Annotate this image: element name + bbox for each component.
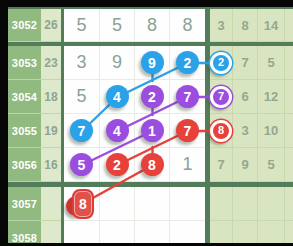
sum-value-3053: 23 [41,46,61,80]
ball-blue-2: 2 [176,51,199,74]
stat-3052-s1: 3 [210,9,233,42]
period-label-3057: 3057 [8,187,41,221]
number-7: 7 [217,157,224,172]
cell-3055-c4: 7 [170,114,205,148]
stat-3053-s1: 2 [210,46,233,80]
stat-3056-s3: 5 [258,148,285,182]
stat-3057-s3 [258,187,285,221]
stat-3052-s2: 8 [233,9,258,42]
cell-3053-c4: 2 [170,46,205,80]
stat-3052-edge [285,9,293,42]
cell-3054-c2: 4 [100,80,135,114]
ring-ball-red-8: 8 [210,120,232,142]
ball-purple-1: 1 [141,119,164,142]
stat-3057-edge [285,187,293,221]
ring-ball-blue-2: 2 [210,52,232,74]
number-7: 7 [241,55,248,70]
stat-3055-edge [285,114,293,148]
cell-3054-c4: 7 [170,80,205,114]
badge-rect-number: 8 [72,189,94,219]
number-5: 5 [267,55,274,70]
cell-3057-c4 [170,187,205,221]
number-14: 14 [264,18,278,33]
ball-purple-2: 2 [141,85,164,108]
stat-3056-edge [285,148,293,182]
cell-3057-c3 [135,187,170,221]
number-10: 10 [264,123,278,138]
cell-3052-c2: 5 [100,9,135,42]
number-5: 5 [76,15,86,36]
stat-3054-edge [285,80,293,114]
stat-3054-s2: 6 [233,80,258,114]
number-6: 6 [241,89,248,104]
stat-3057-s1 [210,187,233,221]
ring-ball-purple-7: 7 [210,86,232,108]
number-3: 3 [241,123,248,138]
number-3: 3 [76,52,86,73]
number-8: 8 [182,15,192,36]
number-8: 8 [241,18,248,33]
cell-3056-c4: 1 [170,148,205,182]
stat-3054-s3: 12 [258,80,285,114]
number-5: 5 [267,157,274,172]
cell-3055-c1: 7 [64,114,100,148]
cell-3052-c1: 5 [64,9,100,42]
ball-purple-4: 4 [106,119,129,142]
cell-3057-c1: 8 [64,187,100,221]
badge-red-8: 8 [69,189,94,219]
ball-red-8: 8 [141,153,164,176]
number-5: 5 [112,15,122,36]
stat-3053-edge [285,46,293,80]
number-3: 3 [217,18,224,33]
ball-red-2: 2 [106,153,129,176]
cell-3053-c2: 9 [100,46,135,80]
ball-blue-4: 4 [106,85,129,108]
sum-value-3052: 26 [41,9,61,42]
ball-purple-5: 5 [70,153,93,176]
period-label-3053: 3053 [8,46,41,80]
stat-3053-s2: 7 [233,46,258,80]
period-label-3052: 3052 [8,9,41,42]
cell-3053-c3: 9 [135,46,170,80]
period-label-3055: 3055 [8,114,41,148]
stat-3054-s1: 7 [210,80,233,114]
stat-3053-s3: 5 [258,46,285,80]
number-9: 9 [112,52,122,73]
cell-3056-c2: 2 [100,148,135,182]
sum-value-3055: 19 [41,114,61,148]
stat-3057-s2 [233,187,258,221]
ball-blue-7: 7 [70,119,93,142]
stat-3056-s1: 7 [210,148,233,182]
stat-3056-s2: 9 [233,148,258,182]
cell-3052-c4: 8 [170,9,205,42]
ball-blue-9: 9 [141,51,164,74]
number-1: 1 [182,154,192,175]
cell-3052-c3: 8 [135,9,170,42]
ball-purple-7: 7 [176,85,199,108]
lottery-trend-chart: 3052265588381430532339922753054185427761… [0,0,293,246]
number-5: 5 [76,86,86,107]
number-8: 8 [147,15,157,36]
cell-3056-c1: 5 [64,148,100,182]
cell-3055-c3: 1 [135,114,170,148]
ball-red-7: 7 [176,119,199,142]
cell-3054-c3: 2 [135,80,170,114]
number-9: 9 [241,157,248,172]
trend-grid: 3052265588381430532339922753054185427761… [8,7,293,246]
sum-value-3054: 18 [41,80,61,114]
number-12: 12 [264,89,278,104]
stat-3055-s3: 10 [258,114,285,148]
cell-3056-c3: 8 [135,148,170,182]
sum-value-3057 [41,187,61,221]
period-label-3056: 3056 [8,148,41,182]
cell-3057-c2 [100,187,135,221]
period-label-3054: 3054 [8,80,41,114]
stat-3052-s3: 14 [258,9,285,42]
sum-value-3056: 16 [41,148,61,182]
cell-3054-c1: 5 [64,80,100,114]
stat-3055-s1: 8 [210,114,233,148]
cell-3053-c1: 3 [64,46,100,80]
cell-3055-c2: 4 [100,114,135,148]
stat-3055-s2: 3 [233,114,258,148]
